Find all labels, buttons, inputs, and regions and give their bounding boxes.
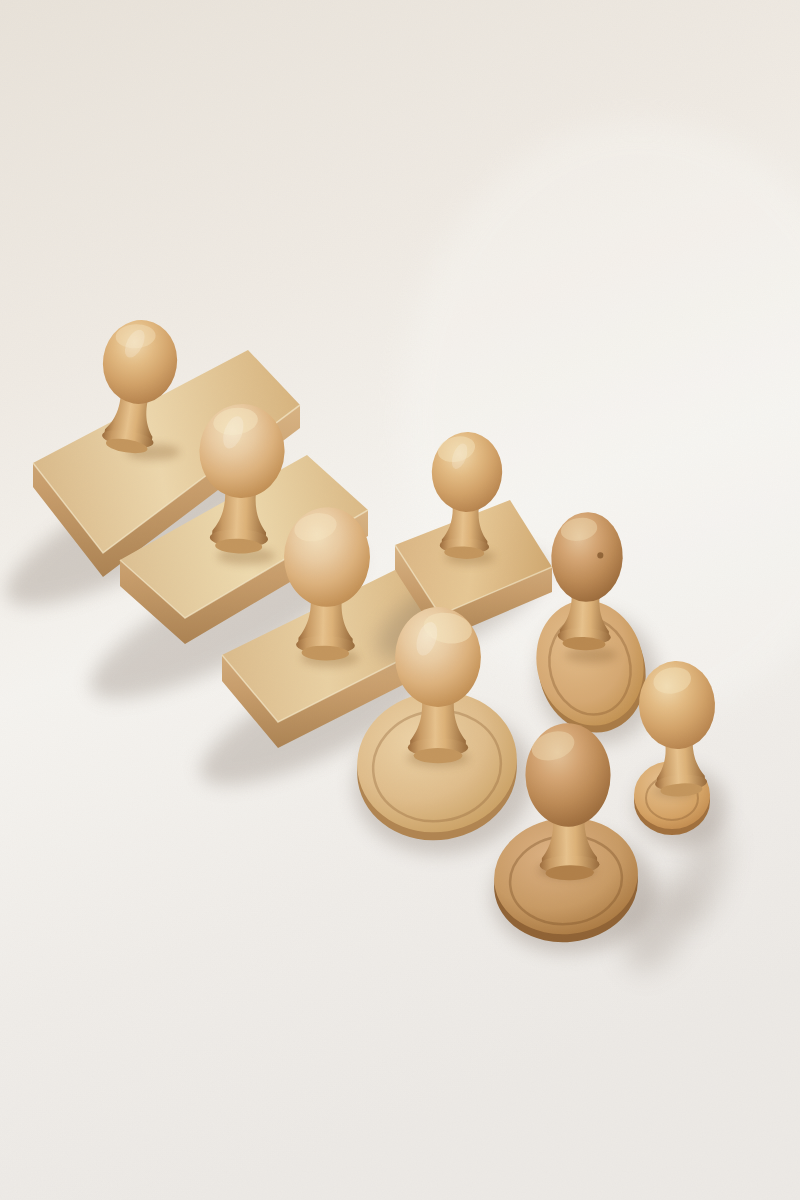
stamps-photo-svg: Overhead studio photograph of eight natu… [0, 0, 800, 1200]
paper-grain-texture [0, 0, 800, 1200]
photo-canvas: Overhead studio photograph of eight natu… [0, 0, 800, 1200]
